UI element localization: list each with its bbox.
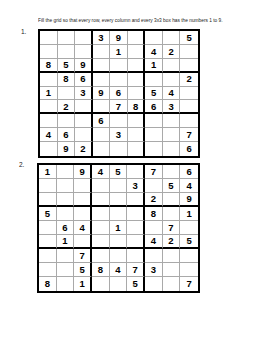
p2-cell-r2c6: 3	[127, 179, 145, 193]
p1-cell-r5c5: 6	[110, 87, 128, 101]
p1-cell-r1c1[interactable]	[40, 31, 58, 45]
p2-cell-r3c4[interactable]	[92, 193, 110, 207]
p2-cell-r3c5[interactable]	[110, 193, 128, 207]
p1-cell-r9c9: 6	[180, 142, 198, 156]
p1-cell-r8c5: 3	[110, 128, 128, 142]
p1-cell-r9c3: 2	[75, 142, 93, 156]
p1-cell-r8c7[interactable]	[145, 128, 163, 142]
p1-cell-r3c5[interactable]	[110, 59, 128, 73]
p1-cell-r6c8: 3	[163, 100, 181, 114]
p1-cell-r3c2: 5	[58, 59, 76, 73]
p1-cell-r6c6: 8	[128, 100, 146, 114]
p1-cell-r4c5[interactable]	[110, 73, 128, 87]
p1-cell-r3c9[interactable]	[180, 59, 198, 73]
p2-cell-r8c9[interactable]	[180, 263, 198, 277]
p1-cell-r8c8[interactable]	[163, 128, 181, 142]
p2-cell-r6c5[interactable]	[110, 235, 128, 249]
worksheet-page: Fill the grid so that every row, every c…	[0, 0, 270, 350]
p2-cell-r7c4[interactable]	[92, 249, 110, 263]
p1-cell-r7c8[interactable]	[163, 114, 181, 128]
p2-cell-r5c9[interactable]	[180, 221, 198, 235]
p2-cell-r1c2[interactable]	[57, 165, 75, 179]
p2-cell-r6c3[interactable]	[74, 235, 92, 249]
p2-cell-r7c1[interactable]	[39, 249, 57, 263]
p1-cell-r2c1[interactable]	[40, 45, 58, 59]
p2-cell-r3c9: 9	[180, 193, 198, 207]
p2-cell-r8c4: 8	[92, 263, 110, 277]
p1-cell-r8c2: 6	[58, 128, 76, 142]
p1-cell-r6c9[interactable]	[180, 100, 198, 114]
p2-cell-r7c9[interactable]	[180, 249, 198, 263]
p1-cell-r4c8[interactable]	[163, 73, 181, 87]
p2-cell-r6c6[interactable]	[127, 235, 145, 249]
p2-cell-r7c8[interactable]	[163, 249, 181, 263]
p1-cell-r3c3: 9	[75, 59, 93, 73]
p1-cell-r1c8[interactable]	[163, 31, 181, 45]
p1-cell-r5c8: 4	[163, 87, 181, 101]
p2-cell-r3c2[interactable]	[57, 193, 75, 207]
p1-cell-r2c2[interactable]	[58, 45, 76, 59]
p1-cell-r7c2[interactable]	[58, 114, 76, 128]
p2-cell-r7c3: 7	[74, 249, 92, 263]
p1-cell-r1c7[interactable]	[145, 31, 163, 45]
p1-cell-r6c2: 2	[58, 100, 76, 114]
p1-cell-r2c5: 1	[110, 45, 128, 59]
p1-cell-r5c3: 3	[75, 87, 93, 101]
p1-cell-r5c7: 5	[145, 87, 163, 101]
p2-cell-r4c4[interactable]	[92, 207, 110, 221]
p2-cell-r5c4[interactable]	[92, 221, 110, 235]
p2-cell-r9c1: 8	[39, 277, 57, 291]
p1-cell-r6c1[interactable]	[40, 100, 58, 114]
p1-cell-r3c4[interactable]	[93, 59, 111, 73]
p2-cell-r2c8: 5	[163, 179, 181, 193]
p2-cell-r4c2[interactable]	[57, 207, 75, 221]
p1-cell-r8c4[interactable]	[93, 128, 111, 142]
p2-cell-r8c1[interactable]	[39, 263, 57, 277]
p2-cell-r9c8[interactable]	[163, 277, 181, 291]
p1-cell-r2c9[interactable]	[180, 45, 198, 59]
p2-cell-r2c7[interactable]	[145, 179, 163, 193]
p2-cell-r5c8: 7	[163, 221, 181, 235]
p1-cell-r8c3[interactable]	[75, 128, 93, 142]
p1-cell-r4c6[interactable]	[128, 73, 146, 87]
puzzle-1-label: 1.	[21, 28, 26, 35]
p2-cell-r1c8[interactable]	[163, 165, 181, 179]
instruction-text: Fill the grid so that every row, every c…	[38, 17, 223, 23]
p2-cell-r5c5: 1	[110, 221, 128, 235]
p2-cell-r4c8[interactable]	[163, 207, 181, 221]
sudoku-grid-1: 39514285918621396542786364637926	[38, 29, 200, 158]
p2-cell-r9c3: 1	[74, 277, 92, 291]
p2-cell-r9c9: 7	[180, 277, 198, 291]
p1-cell-r9c1[interactable]	[40, 142, 58, 156]
p1-cell-r2c7: 4	[145, 45, 163, 59]
p1-cell-r9c8[interactable]	[163, 142, 181, 156]
p2-cell-r1c3: 9	[74, 165, 92, 179]
p2-cell-r8c6: 7	[127, 263, 145, 277]
p2-cell-r3c1[interactable]	[39, 193, 57, 207]
p1-cell-r4c2: 8	[58, 73, 76, 87]
p2-cell-r4c9: 1	[180, 207, 198, 221]
p1-cell-r9c2: 9	[58, 142, 76, 156]
p2-cell-r5c2: 6	[57, 221, 75, 235]
p1-cell-r9c4[interactable]	[93, 142, 111, 156]
p2-cell-r5c6[interactable]	[127, 221, 145, 235]
p2-cell-r6c7: 4	[145, 235, 163, 249]
p2-cell-r6c9: 5	[180, 235, 198, 249]
p1-cell-r6c5: 7	[110, 100, 128, 114]
p1-cell-r3c7: 1	[145, 59, 163, 73]
p1-cell-r9c5[interactable]	[110, 142, 128, 156]
p1-cell-r7c5[interactable]	[110, 114, 128, 128]
p1-cell-r3c1: 8	[40, 59, 58, 73]
p2-cell-r9c7[interactable]	[145, 277, 163, 291]
p1-cell-r9c6[interactable]	[128, 142, 146, 156]
p2-cell-r6c4[interactable]	[92, 235, 110, 249]
p2-cell-r8c3: 5	[74, 263, 92, 277]
p2-cell-r3c3[interactable]	[74, 193, 92, 207]
p2-cell-r4c5[interactable]	[110, 207, 128, 221]
p1-cell-r5c4: 9	[93, 87, 111, 101]
p2-cell-r8c7: 3	[145, 263, 163, 277]
p1-cell-r7c9[interactable]	[180, 114, 198, 128]
p2-cell-r3c8[interactable]	[163, 193, 181, 207]
p2-cell-r8c5: 4	[110, 263, 128, 277]
puzzle-2-label: 2.	[19, 161, 24, 168]
p1-cell-r4c1[interactable]	[40, 73, 58, 87]
p1-cell-r1c3[interactable]	[75, 31, 93, 45]
p1-cell-r2c4[interactable]	[93, 45, 111, 59]
p1-cell-r1c5: 9	[110, 31, 128, 45]
p1-cell-r5c6[interactable]	[128, 87, 146, 101]
p1-cell-r3c8[interactable]	[163, 59, 181, 73]
p2-cell-r6c2: 1	[57, 235, 75, 249]
p1-cell-r4c3: 6	[75, 73, 93, 87]
p2-cell-r8c8[interactable]	[163, 263, 181, 277]
p1-cell-r7c3[interactable]	[75, 114, 93, 128]
p2-cell-r8c2[interactable]	[57, 263, 75, 277]
p2-cell-r9c4[interactable]	[92, 277, 110, 291]
p2-cell-r5c1[interactable]	[39, 221, 57, 235]
p2-cell-r7c7[interactable]	[145, 249, 163, 263]
p1-cell-r7c1[interactable]	[40, 114, 58, 128]
p1-cell-r5c9[interactable]	[180, 87, 198, 101]
p1-cell-r7c6[interactable]	[128, 114, 146, 128]
p2-cell-r3c6[interactable]	[127, 193, 145, 207]
p2-cell-r6c1[interactable]	[39, 235, 57, 249]
p2-cell-r6c8: 2	[163, 235, 181, 249]
sudoku-grid-2: 19457635429581641714257584738157	[37, 163, 200, 293]
p1-cell-r1c4: 3	[93, 31, 111, 45]
p2-cell-r5c3: 4	[74, 221, 92, 235]
p1-cell-r1c9: 5	[180, 31, 198, 45]
p2-cell-r2c5[interactable]	[110, 179, 128, 193]
p2-cell-r2c2[interactable]	[57, 179, 75, 193]
p1-cell-r7c7[interactable]	[145, 114, 163, 128]
p1-cell-r1c2[interactable]	[58, 31, 76, 45]
p1-cell-r6c3[interactable]	[75, 100, 93, 114]
p2-cell-r1c4: 4	[92, 165, 110, 179]
p1-cell-r8c9: 7	[180, 128, 198, 142]
p1-cell-r2c3[interactable]	[75, 45, 93, 59]
p2-cell-r2c1[interactable]	[39, 179, 57, 193]
p2-cell-r7c5[interactable]	[110, 249, 128, 263]
p1-cell-r4c7[interactable]	[145, 73, 163, 87]
p1-cell-r6c7: 6	[145, 100, 163, 114]
p2-cell-r7c6[interactable]	[127, 249, 145, 263]
p1-cell-r5c2[interactable]	[58, 87, 76, 101]
p2-cell-r4c3[interactable]	[74, 207, 92, 221]
p2-cell-r2c9: 4	[180, 179, 198, 193]
p2-cell-r4c7: 8	[145, 207, 163, 221]
p1-cell-r5c1: 1	[40, 87, 58, 101]
p1-cell-r1c6[interactable]	[128, 31, 146, 45]
p1-cell-r6c4[interactable]	[93, 100, 111, 114]
p2-cell-r2c4[interactable]	[92, 179, 110, 193]
p2-cell-r5c7[interactable]	[145, 221, 163, 235]
p2-cell-r1c5: 5	[110, 165, 128, 179]
p1-cell-r4c4[interactable]	[93, 73, 111, 87]
p1-cell-r8c6[interactable]	[128, 128, 146, 142]
p2-cell-r9c5[interactable]	[110, 277, 128, 291]
p2-cell-r1c7: 7	[145, 165, 163, 179]
p2-cell-r7c2[interactable]	[57, 249, 75, 263]
p1-cell-r2c8: 2	[163, 45, 181, 59]
p1-cell-r2c6[interactable]	[128, 45, 146, 59]
p2-cell-r3c7: 2	[145, 193, 163, 207]
p2-cell-r9c2[interactable]	[57, 277, 75, 291]
p2-cell-r4c6[interactable]	[127, 207, 145, 221]
p2-cell-r1c1: 1	[39, 165, 57, 179]
p2-cell-r9c6: 5	[127, 277, 145, 291]
p2-cell-r2c3[interactable]	[74, 179, 92, 193]
p1-cell-r9c7[interactable]	[145, 142, 163, 156]
p1-cell-r4c9: 2	[180, 73, 198, 87]
p1-cell-r8c1: 4	[40, 128, 58, 142]
p2-cell-r1c6[interactable]	[127, 165, 145, 179]
p1-cell-r7c4: 6	[93, 114, 111, 128]
p1-cell-r3c6[interactable]	[128, 59, 146, 73]
p2-cell-r1c9: 6	[180, 165, 198, 179]
p2-cell-r4c1: 5	[39, 207, 57, 221]
